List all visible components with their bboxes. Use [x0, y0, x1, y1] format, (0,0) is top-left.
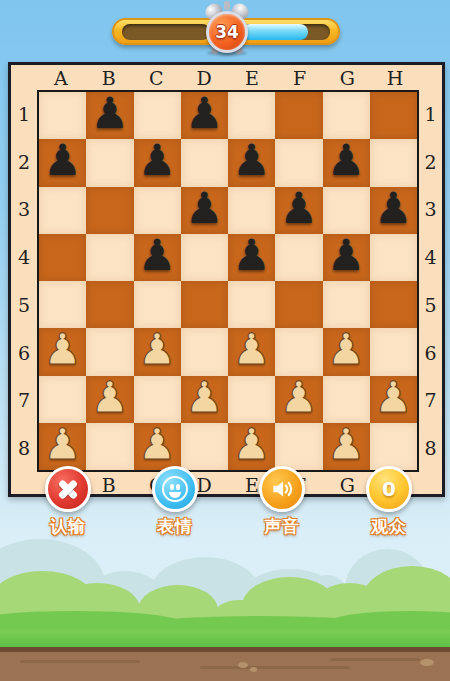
board-grid: ♟♟♟♟♟♟♟♟♟♟♟♟♟♟♟♟♟♟♟♟♟♟♟♟: [37, 90, 419, 472]
square-B7[interactable]: ♟: [86, 376, 133, 423]
square-H4[interactable]: [370, 234, 417, 281]
square-F1[interactable]: [275, 92, 322, 139]
square-G2[interactable]: ♟: [323, 139, 370, 186]
row-label-left-5: 5: [11, 281, 37, 329]
col-label-top-B: B: [85, 66, 133, 89]
black-pawn[interactable]: ♟: [327, 234, 366, 277]
square-C2[interactable]: ♟: [134, 139, 181, 186]
square-G1[interactable]: [323, 92, 370, 139]
audience-count: 0: [382, 477, 396, 501]
white-pawn[interactable]: ♟: [43, 328, 82, 371]
row-label-right-6: 6: [419, 329, 442, 377]
square-E5[interactable]: [228, 281, 275, 328]
square-H1[interactable]: [370, 92, 417, 139]
square-F6[interactable]: [275, 328, 322, 375]
square-H2[interactable]: [370, 139, 417, 186]
black-pawn[interactable]: ♟: [138, 234, 177, 277]
ground: [0, 647, 450, 681]
pebble: [238, 662, 248, 668]
resign-action: 认输: [20, 466, 116, 538]
audience-button[interactable]: 0: [366, 466, 412, 512]
square-A2[interactable]: ♟: [39, 139, 86, 186]
black-pawn[interactable]: ♟: [232, 234, 271, 277]
square-G4[interactable]: ♟: [323, 234, 370, 281]
square-B4[interactable]: [86, 234, 133, 281]
row-label-right-4: 4: [419, 233, 442, 281]
row-label-right-7: 7: [419, 377, 442, 425]
square-B1[interactable]: ♟: [86, 92, 133, 139]
row-label-left-3: 3: [11, 186, 37, 234]
resign-label: 认输: [50, 515, 86, 538]
square-C6[interactable]: ♟: [134, 328, 181, 375]
black-pawn[interactable]: ♟: [280, 187, 319, 230]
col-label-top-G: G: [324, 66, 372, 89]
square-A4[interactable]: [39, 234, 86, 281]
square-E2[interactable]: ♟: [228, 139, 275, 186]
pebble: [420, 659, 434, 666]
black-pawn[interactable]: ♟: [185, 92, 224, 135]
clock-stem: [224, 1, 230, 10]
square-B6[interactable]: [86, 328, 133, 375]
square-D2[interactable]: [181, 139, 228, 186]
square-E4[interactable]: ♟: [228, 234, 275, 281]
square-A7[interactable]: [39, 376, 86, 423]
square-F2[interactable]: [275, 139, 322, 186]
square-E3[interactable]: [228, 187, 275, 234]
row-labels-right: 12345678: [419, 90, 442, 472]
row-label-left-7: 7: [11, 377, 37, 425]
row-label-right-3: 3: [419, 186, 442, 234]
square-B3[interactable]: [86, 187, 133, 234]
sound-action: 声音: [234, 466, 330, 538]
timer-track-right: [242, 24, 330, 40]
white-pawn[interactable]: ♟: [138, 423, 177, 466]
square-A3[interactable]: [39, 187, 86, 234]
smiley-icon: [162, 476, 188, 502]
game-screen: 34 ABCDEFGH ABCDEFGH 12345678 12345678 ♟…: [0, 0, 450, 681]
row-labels-left: 12345678: [11, 90, 37, 472]
row-label-right-1: 1: [419, 90, 442, 138]
square-E8[interactable]: ♟: [228, 423, 275, 470]
square-D7[interactable]: ♟: [181, 376, 228, 423]
audience-action: 0 观众: [341, 466, 437, 538]
col-label-top-E: E: [228, 66, 276, 89]
white-pawn[interactable]: ♟: [232, 328, 271, 371]
row-label-right-5: 5: [419, 281, 442, 329]
square-B8[interactable]: [86, 423, 133, 470]
col-label-top-C: C: [133, 66, 181, 89]
white-pawn[interactable]: ♟: [91, 376, 130, 419]
black-pawn[interactable]: ♟: [374, 187, 413, 230]
square-A1[interactable]: [39, 92, 86, 139]
sound-button[interactable]: [259, 466, 305, 512]
square-C1[interactable]: [134, 92, 181, 139]
audience-label: 观众: [371, 515, 407, 538]
square-A6[interactable]: ♟: [39, 328, 86, 375]
square-F8[interactable]: [275, 423, 322, 470]
square-D8[interactable]: [181, 423, 228, 470]
col-label-top-F: F: [276, 66, 324, 89]
white-pawn[interactable]: ♟: [327, 423, 366, 466]
square-H7[interactable]: ♟: [370, 376, 417, 423]
black-pawn[interactable]: ♟: [43, 139, 82, 182]
row-label-right-8: 8: [419, 424, 442, 472]
square-G7[interactable]: [323, 376, 370, 423]
row-label-left-8: 8: [11, 424, 37, 472]
col-label-top-H: H: [371, 66, 419, 89]
square-D1[interactable]: ♟: [181, 92, 228, 139]
row-label-right-2: 2: [419, 138, 442, 186]
emotion-action: 表情: [127, 466, 223, 538]
col-label-top-D: D: [180, 66, 228, 89]
square-E7[interactable]: [228, 376, 275, 423]
white-pawn[interactable]: ♟: [185, 376, 224, 419]
square-H5[interactable]: [370, 281, 417, 328]
chess-board: ABCDEFGH ABCDEFGH 12345678 12345678 ♟♟♟♟…: [8, 62, 445, 497]
white-pawn[interactable]: ♟: [327, 328, 366, 371]
speaker-icon: [269, 476, 295, 502]
square-G6[interactable]: ♟: [323, 328, 370, 375]
white-pawn[interactable]: ♟: [280, 376, 319, 419]
black-pawn[interactable]: ♟: [185, 187, 224, 230]
black-pawn[interactable]: ♟: [327, 139, 366, 182]
square-F5[interactable]: [275, 281, 322, 328]
square-D3[interactable]: ♟: [181, 187, 228, 234]
square-G5[interactable]: [323, 281, 370, 328]
square-D5[interactable]: [181, 281, 228, 328]
square-E1[interactable]: [228, 92, 275, 139]
col-label-top-A: A: [37, 66, 85, 89]
square-C3[interactable]: [134, 187, 181, 234]
white-pawn[interactable]: ♟: [138, 328, 177, 371]
square-A8[interactable]: ♟: [39, 423, 86, 470]
background-landscape: [0, 521, 450, 681]
row-label-left-1: 1: [11, 90, 37, 138]
timer-fill: [242, 24, 308, 40]
column-labels-top: ABCDEFGH: [37, 66, 419, 89]
black-pawn[interactable]: ♟: [138, 139, 177, 182]
timer-track-left: [122, 24, 210, 40]
black-pawn[interactable]: ♟: [232, 139, 271, 182]
square-F3[interactable]: ♟: [275, 187, 322, 234]
square-B2[interactable]: [86, 139, 133, 186]
row-label-left-6: 6: [11, 329, 37, 377]
square-D6[interactable]: [181, 328, 228, 375]
square-C4[interactable]: ♟: [134, 234, 181, 281]
square-H6[interactable]: [370, 328, 417, 375]
square-F7[interactable]: ♟: [275, 376, 322, 423]
square-C5[interactable]: [134, 281, 181, 328]
timer-value: 34: [215, 22, 239, 42]
square-G3[interactable]: [323, 187, 370, 234]
emotion-label: 表情: [157, 515, 193, 538]
white-pawn[interactable]: ♟: [232, 423, 271, 466]
clock-face: 34: [206, 11, 248, 53]
square-H3[interactable]: ♟: [370, 187, 417, 234]
white-pawn[interactable]: ♟: [374, 376, 413, 419]
square-G8[interactable]: ♟: [323, 423, 370, 470]
black-pawn[interactable]: ♟: [91, 92, 130, 135]
alarm-clock: 34: [204, 4, 250, 56]
square-E6[interactable]: ♟: [228, 328, 275, 375]
white-pawn[interactable]: ♟: [43, 423, 82, 466]
square-C8[interactable]: ♟: [134, 423, 181, 470]
close-icon: [56, 477, 80, 501]
resign-button[interactable]: [45, 466, 91, 512]
emotion-button[interactable]: [152, 466, 198, 512]
square-F4[interactable]: [275, 234, 322, 281]
pebble: [250, 667, 257, 672]
square-H8[interactable]: [370, 423, 417, 470]
sound-label: 声音: [264, 515, 300, 538]
square-D4[interactable]: [181, 234, 228, 281]
square-B5[interactable]: [86, 281, 133, 328]
row-label-left-4: 4: [11, 233, 37, 281]
square-A5[interactable]: [39, 281, 86, 328]
row-label-left-2: 2: [11, 138, 37, 186]
square-C7[interactable]: [134, 376, 181, 423]
